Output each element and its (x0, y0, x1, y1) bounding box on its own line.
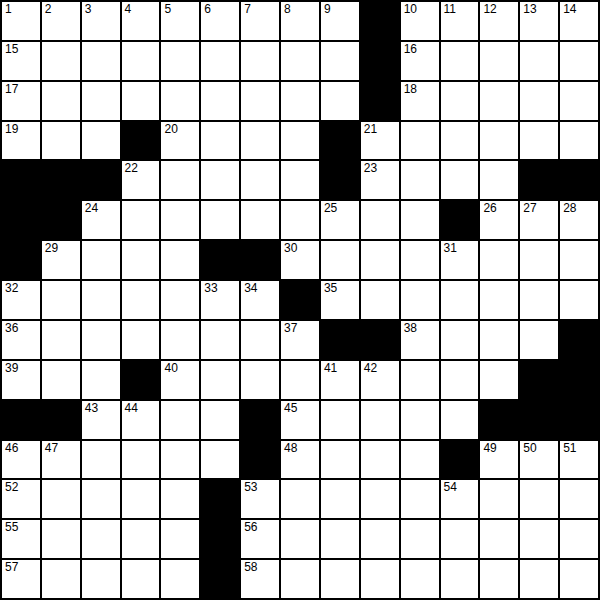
cell[interactable] (520, 560, 558, 598)
cell[interactable] (480, 520, 518, 558)
cell[interactable] (520, 42, 558, 80)
cell[interactable] (241, 361, 279, 399)
cell[interactable] (201, 401, 239, 439)
clue-number: 51 (563, 442, 576, 455)
cell[interactable] (42, 361, 80, 399)
clue-number: 33 (204, 282, 217, 295)
clue-number: 41 (324, 362, 337, 375)
clue-number: 4 (125, 3, 132, 16)
cell[interactable]: 33 (201, 281, 239, 319)
cell[interactable] (520, 321, 558, 359)
cell[interactable] (161, 401, 199, 439)
cell[interactable]: 18 (401, 82, 439, 120)
cell[interactable] (401, 361, 439, 399)
cell[interactable] (281, 361, 319, 399)
black-cell (241, 241, 279, 279)
black-cell (520, 161, 558, 199)
cell[interactable] (401, 161, 439, 199)
cell[interactable] (441, 321, 479, 359)
clue-number: 45 (284, 402, 297, 415)
cell[interactable] (281, 480, 319, 518)
cell[interactable] (560, 480, 598, 518)
black-cell (201, 480, 239, 518)
cell[interactable]: 14 (560, 2, 598, 40)
clue-number: 2 (45, 3, 52, 16)
cell[interactable] (122, 560, 160, 598)
cell[interactable] (241, 161, 279, 199)
black-cell (321, 321, 359, 359)
clue-number: 5 (164, 3, 171, 16)
cell[interactable] (42, 122, 80, 160)
cell[interactable] (321, 520, 359, 558)
cell[interactable] (480, 281, 518, 319)
cell[interactable]: 30 (281, 241, 319, 279)
black-cell (82, 161, 120, 199)
cell[interactable] (480, 122, 518, 160)
cell[interactable] (480, 241, 518, 279)
cell[interactable]: 49 (480, 441, 518, 479)
clue-number: 48 (284, 442, 297, 455)
cell[interactable] (122, 281, 160, 319)
black-cell (361, 2, 399, 40)
clue-number: 28 (563, 202, 576, 215)
clue-number: 32 (5, 282, 18, 295)
cell[interactable] (42, 281, 80, 319)
cell[interactable] (42, 560, 80, 598)
cell[interactable] (42, 42, 80, 80)
clue-number: 54 (444, 481, 457, 494)
cell[interactable]: 9 (321, 2, 359, 40)
cell[interactable] (401, 560, 439, 598)
cell[interactable] (480, 480, 518, 518)
cell[interactable] (321, 480, 359, 518)
cell[interactable] (161, 520, 199, 558)
cell[interactable] (201, 42, 239, 80)
cell[interactable]: 7 (241, 2, 279, 40)
cell[interactable]: 50 (520, 441, 558, 479)
clue-number: 11 (444, 3, 456, 16)
cell[interactable]: 45 (281, 401, 319, 439)
clue-number: 7 (244, 3, 251, 16)
clue-number: 55 (5, 521, 18, 534)
black-cell (361, 321, 399, 359)
black-cell (122, 122, 160, 160)
cell[interactable] (361, 520, 399, 558)
cell[interactable]: 27 (520, 201, 558, 239)
cell[interactable] (161, 42, 199, 80)
black-cell (361, 42, 399, 80)
cell[interactable]: 2 (42, 2, 80, 40)
cell[interactable]: 11 (441, 2, 479, 40)
clue-number: 50 (523, 442, 536, 455)
clue-number: 29 (45, 242, 58, 255)
cell[interactable] (42, 480, 80, 518)
cell[interactable]: 26 (480, 201, 518, 239)
black-cell (42, 201, 80, 239)
cell[interactable]: 54 (441, 480, 479, 518)
black-cell (441, 201, 479, 239)
clue-number: 36 (5, 322, 18, 335)
clue-number: 19 (5, 123, 18, 136)
clue-number: 25 (324, 202, 337, 215)
cell[interactable] (401, 441, 439, 479)
cell[interactable] (361, 480, 399, 518)
cell[interactable]: 38 (401, 321, 439, 359)
cell[interactable] (241, 321, 279, 359)
cell[interactable]: 6 (201, 2, 239, 40)
cell[interactable] (560, 241, 598, 279)
cell[interactable]: 10 (401, 2, 439, 40)
cell[interactable] (480, 361, 518, 399)
black-cell (2, 241, 40, 279)
cell[interactable] (82, 361, 120, 399)
black-cell (560, 161, 598, 199)
cell[interactable] (321, 441, 359, 479)
cell[interactable]: 47 (42, 441, 80, 479)
clue-number: 6 (204, 3, 211, 16)
cell[interactable]: 32 (2, 281, 40, 319)
cell[interactable]: 8 (281, 2, 319, 40)
cell[interactable]: 21 (361, 122, 399, 160)
cell[interactable] (480, 42, 518, 80)
cell[interactable]: 58 (241, 560, 279, 598)
cell[interactable]: 53 (241, 480, 279, 518)
cell[interactable]: 23 (361, 161, 399, 199)
clue-number: 20 (164, 123, 177, 136)
cell[interactable] (560, 281, 598, 319)
cell[interactable] (201, 122, 239, 160)
cell[interactable] (122, 201, 160, 239)
cell[interactable] (321, 42, 359, 80)
cell[interactable]: 42 (361, 361, 399, 399)
cell[interactable] (161, 480, 199, 518)
cell[interactable] (520, 82, 558, 120)
cell[interactable] (520, 520, 558, 558)
black-cell (281, 281, 319, 319)
cell[interactable] (480, 560, 518, 598)
cell[interactable] (122, 321, 160, 359)
cell[interactable] (82, 42, 120, 80)
cell[interactable]: 52 (2, 480, 40, 518)
cell[interactable] (441, 520, 479, 558)
cell[interactable]: 5 (161, 2, 199, 40)
cell[interactable] (42, 520, 80, 558)
cell[interactable] (122, 520, 160, 558)
cell[interactable] (82, 82, 120, 120)
cell[interactable]: 13 (520, 2, 558, 40)
cell[interactable] (361, 281, 399, 319)
clue-number: 16 (404, 43, 417, 56)
cell[interactable] (241, 201, 279, 239)
clue-number: 43 (85, 402, 98, 415)
cell[interactable]: 12 (480, 2, 518, 40)
black-cell (2, 401, 40, 439)
cell[interactable] (161, 560, 199, 598)
cell[interactable] (42, 82, 80, 120)
cell[interactable] (441, 161, 479, 199)
black-cell (520, 401, 558, 439)
cell[interactable] (281, 201, 319, 239)
cell[interactable] (441, 281, 479, 319)
cell[interactable] (201, 161, 239, 199)
black-cell (560, 321, 598, 359)
cell[interactable]: 43 (82, 401, 120, 439)
clue-number: 58 (244, 561, 257, 574)
black-cell (520, 361, 558, 399)
cell[interactable]: 24 (82, 201, 120, 239)
cell[interactable]: 15 (2, 42, 40, 80)
cell[interactable] (321, 560, 359, 598)
cell[interactable]: 3 (82, 2, 120, 40)
cell[interactable] (82, 441, 120, 479)
cell[interactable] (161, 241, 199, 279)
cell[interactable] (520, 241, 558, 279)
clue-number: 10 (404, 3, 417, 16)
cell[interactable]: 48 (281, 441, 319, 479)
cell[interactable] (122, 241, 160, 279)
cell[interactable] (281, 161, 319, 199)
black-cell (241, 441, 279, 479)
cell[interactable] (321, 401, 359, 439)
cell[interactable] (560, 122, 598, 160)
clue-number: 30 (284, 242, 297, 255)
cell[interactable]: 36 (2, 321, 40, 359)
clue-number: 8 (284, 3, 291, 16)
cell[interactable] (82, 520, 120, 558)
cell[interactable] (281, 520, 319, 558)
clue-number: 44 (125, 402, 138, 415)
cell[interactable] (520, 122, 558, 160)
clue-number: 57 (5, 561, 18, 574)
clue-number: 15 (5, 43, 18, 56)
cell[interactable]: 55 (2, 520, 40, 558)
cell[interactable]: 40 (161, 361, 199, 399)
cell[interactable] (361, 560, 399, 598)
black-cell (560, 361, 598, 399)
cell[interactable] (441, 560, 479, 598)
cell[interactable] (361, 441, 399, 479)
cell[interactable] (441, 82, 479, 120)
black-cell (42, 401, 80, 439)
cell[interactable] (321, 241, 359, 279)
clue-number: 35 (324, 282, 337, 295)
cell[interactable] (401, 122, 439, 160)
cell[interactable] (82, 281, 120, 319)
cell[interactable]: 31 (441, 241, 479, 279)
black-cell (2, 201, 40, 239)
cell[interactable] (441, 361, 479, 399)
cell[interactable] (241, 42, 279, 80)
clue-number: 12 (483, 3, 496, 16)
cell[interactable]: 39 (2, 361, 40, 399)
clue-number: 21 (364, 123, 377, 136)
cell[interactable]: 1 (2, 2, 40, 40)
black-cell (560, 401, 598, 439)
cell[interactable]: 57 (2, 560, 40, 598)
cell[interactable] (161, 281, 199, 319)
cell[interactable] (281, 82, 319, 120)
cell[interactable]: 46 (2, 441, 40, 479)
cell[interactable] (42, 321, 80, 359)
cell[interactable] (480, 82, 518, 120)
cell[interactable] (201, 321, 239, 359)
cell[interactable] (401, 480, 439, 518)
cell[interactable] (281, 122, 319, 160)
clue-number: 1 (5, 3, 12, 16)
cell[interactable] (361, 401, 399, 439)
cell[interactable]: 17 (2, 82, 40, 120)
clue-number: 31 (444, 242, 457, 255)
cell[interactable] (281, 560, 319, 598)
clue-number: 9 (324, 3, 331, 16)
cell[interactable] (401, 241, 439, 279)
cell[interactable] (161, 82, 199, 120)
cell[interactable] (480, 161, 518, 199)
black-cell (441, 441, 479, 479)
black-cell (480, 401, 518, 439)
clue-number: 3 (85, 3, 92, 16)
cell[interactable] (480, 321, 518, 359)
clue-number: 52 (5, 481, 18, 494)
cell[interactable] (161, 441, 199, 479)
cell[interactable] (401, 401, 439, 439)
cell[interactable] (441, 42, 479, 80)
cell[interactable]: 56 (241, 520, 279, 558)
cell[interactable]: 41 (321, 361, 359, 399)
clue-number: 22 (125, 162, 138, 175)
black-cell (241, 401, 279, 439)
cell[interactable] (401, 201, 439, 239)
cell[interactable]: 19 (2, 122, 40, 160)
cell[interactable] (560, 560, 598, 598)
cell[interactable] (82, 241, 120, 279)
cell[interactable] (201, 82, 239, 120)
black-cell (201, 560, 239, 598)
cell[interactable]: 34 (241, 281, 279, 319)
clue-number: 56 (244, 521, 257, 534)
cell[interactable] (520, 480, 558, 518)
cell[interactable]: 22 (122, 161, 160, 199)
cell[interactable] (122, 42, 160, 80)
clue-number: 14 (563, 3, 576, 16)
cell[interactable] (161, 201, 199, 239)
cell[interactable] (122, 441, 160, 479)
cell[interactable] (560, 42, 598, 80)
cell[interactable] (201, 361, 239, 399)
cell[interactable]: 20 (161, 122, 199, 160)
cell[interactable] (321, 82, 359, 120)
clue-number: 24 (85, 202, 98, 215)
cell[interactable] (441, 401, 479, 439)
clue-number: 40 (164, 362, 177, 375)
cell[interactable]: 35 (321, 281, 359, 319)
cell[interactable] (82, 480, 120, 518)
cell[interactable] (82, 321, 120, 359)
clue-number: 47 (45, 442, 58, 455)
clue-number: 37 (284, 322, 297, 335)
cell[interactable] (560, 82, 598, 120)
cell[interactable] (241, 122, 279, 160)
black-cell (2, 161, 40, 199)
cell[interactable] (161, 161, 199, 199)
cell[interactable] (201, 441, 239, 479)
clue-number: 27 (523, 202, 536, 215)
cell[interactable] (441, 122, 479, 160)
clue-number: 34 (244, 282, 257, 295)
cell[interactable]: 16 (401, 42, 439, 80)
clue-number: 42 (364, 362, 377, 375)
cell[interactable] (401, 520, 439, 558)
clue-number: 46 (5, 442, 18, 455)
clue-number: 39 (5, 362, 18, 375)
cell[interactable]: 25 (321, 201, 359, 239)
black-cell (201, 520, 239, 558)
cell[interactable] (361, 201, 399, 239)
cell[interactable] (82, 122, 120, 160)
cell[interactable] (122, 82, 160, 120)
cell[interactable]: 4 (122, 2, 160, 40)
cell[interactable] (122, 480, 160, 518)
black-cell (321, 161, 359, 199)
cell[interactable] (560, 520, 598, 558)
crossword-board: 1234567891011121314151617181920212223242… (0, 0, 600, 600)
cell[interactable] (201, 201, 239, 239)
clue-number: 26 (483, 202, 496, 215)
cell[interactable] (82, 560, 120, 598)
cell[interactable]: 44 (122, 401, 160, 439)
cell[interactable] (361, 241, 399, 279)
clue-number: 53 (244, 481, 257, 494)
cell[interactable] (401, 281, 439, 319)
cell[interactable]: 29 (42, 241, 80, 279)
cell[interactable] (281, 42, 319, 80)
cell[interactable] (241, 82, 279, 120)
black-cell (201, 241, 239, 279)
cell[interactable]: 51 (560, 441, 598, 479)
clue-number: 49 (483, 442, 496, 455)
black-cell (122, 361, 160, 399)
black-cell (42, 161, 80, 199)
cell[interactable]: 37 (281, 321, 319, 359)
cell[interactable] (161, 321, 199, 359)
clue-number: 18 (404, 83, 417, 96)
clue-number: 23 (364, 162, 377, 175)
black-cell (361, 82, 399, 120)
clue-number: 13 (523, 3, 536, 16)
clue-number: 17 (5, 83, 18, 96)
cell[interactable] (520, 281, 558, 319)
cell[interactable]: 28 (560, 201, 598, 239)
black-cell (321, 122, 359, 160)
clue-number: 38 (404, 322, 417, 335)
